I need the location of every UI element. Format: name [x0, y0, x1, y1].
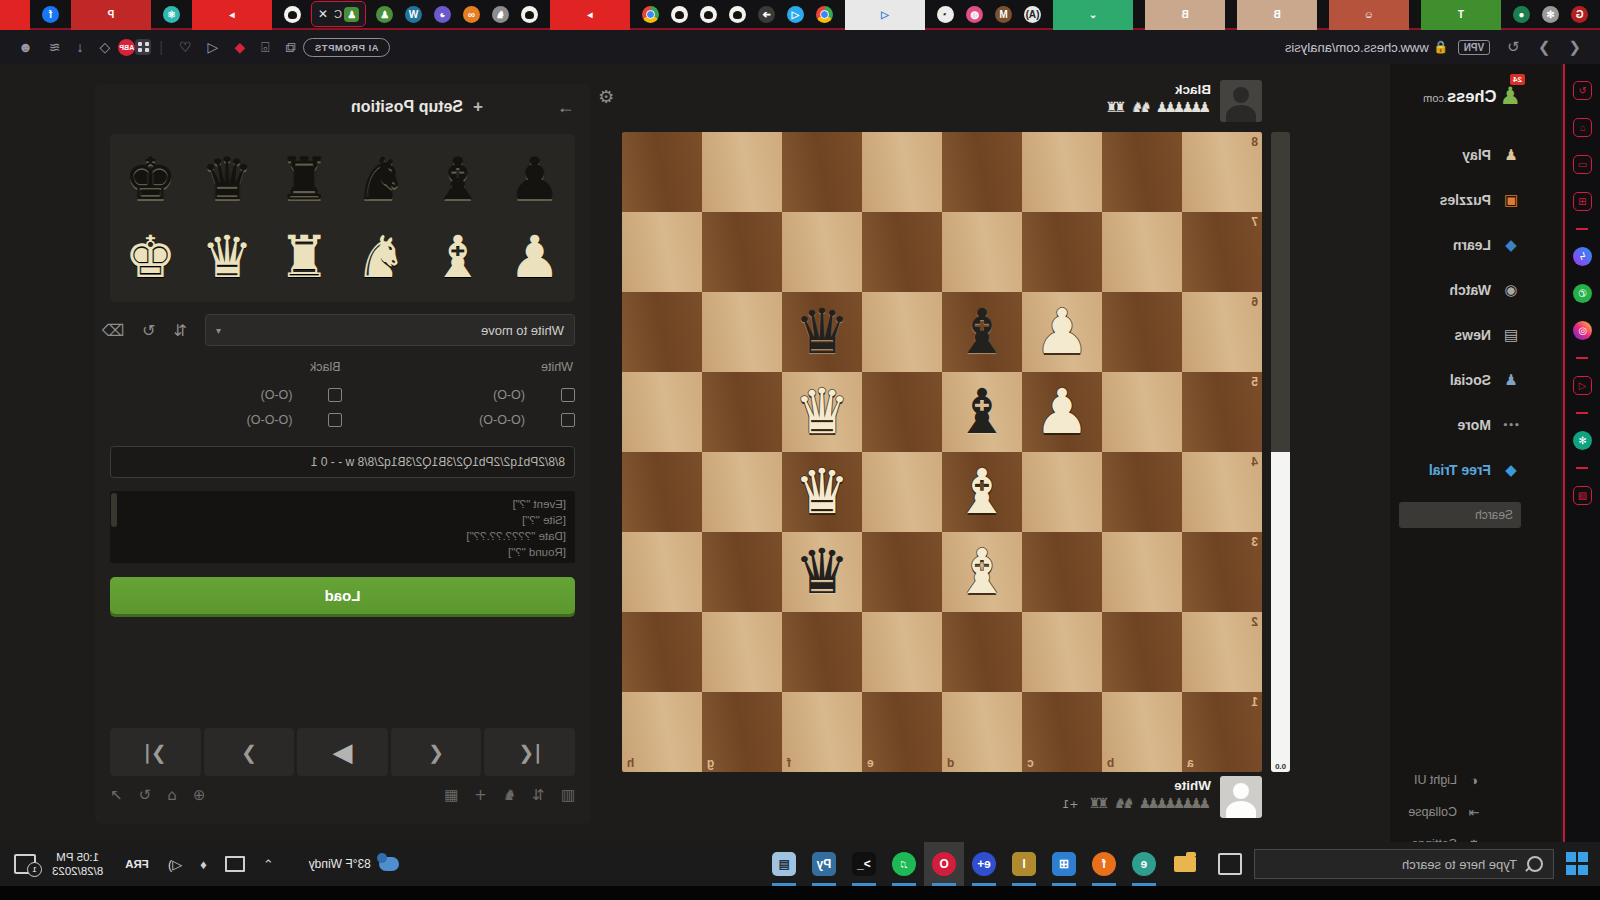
- palette-black-knight[interactable]: ♞: [355, 140, 407, 218]
- square-d4[interactable]: ♝: [942, 452, 1022, 532]
- black-bishop[interactable]: ♝: [942, 292, 1022, 372]
- active-tab[interactable]: ♟C✕: [311, 1, 366, 27]
- black-queen[interactable]: ♛: [782, 292, 862, 372]
- castling-label: (O-O): [493, 388, 525, 402]
- square-d1[interactable]: d: [942, 692, 1022, 772]
- file-label: g: [707, 756, 714, 770]
- sliders-icon[interactable]: ≋: [49, 39, 61, 55]
- favicon-tab[interactable]: ◕: [434, 6, 451, 23]
- square-g4[interactable]: [702, 452, 782, 532]
- image-icon[interactable]: ▨: [1573, 486, 1592, 505]
- flip-icon[interactable]: ⇅: [532, 786, 545, 804]
- square-e4[interactable]: [862, 452, 942, 532]
- square-d3[interactable]: ♝: [942, 532, 1022, 612]
- square-h4[interactable]: [622, 452, 702, 532]
- camera-icon[interactable]: ⌻: [261, 39, 269, 56]
- square-c6[interactable]: ♟: [1022, 292, 1102, 372]
- taskbar-app-game-launcher[interactable]: e+: [964, 842, 1004, 886]
- load-button[interactable]: Load: [110, 577, 575, 614]
- active-tab-title: C: [334, 8, 342, 20]
- file-label: c: [1027, 756, 1034, 770]
- favicon-tab[interactable]: (A): [1024, 6, 1041, 23]
- nav-play-button[interactable]: ▶: [297, 728, 388, 776]
- strip-divider: [1577, 412, 1589, 414]
- sidebar-item-social[interactable]: ♟Social: [1390, 357, 1521, 402]
- favicon-tab[interactable]: ♞: [492, 6, 509, 23]
- refresh-icon[interactable]: ↻: [1507, 38, 1520, 56]
- telegram-icon[interactable]: ◁: [1573, 376, 1592, 395]
- taskbar-app-python[interactable]: Py: [804, 842, 844, 886]
- microphone-icon[interactable]: ♦: [200, 857, 207, 872]
- chesscom-sidebar: 24 ♟ Chess.com ♟Play▣Puzzles◆Learn◉Watch…: [1390, 64, 1561, 842]
- square-b6[interactable]: [1102, 292, 1182, 372]
- square-e1[interactable]: e: [862, 692, 942, 772]
- chrome-favicon-tab[interactable]: [816, 6, 833, 23]
- sidebar-item-puzzles[interactable]: ▣Puzzles: [1390, 177, 1521, 222]
- ai-prompts-button[interactable]: AI PROMPTS: [303, 38, 389, 57]
- taskbar-app-opera-gx[interactable]: O: [924, 842, 964, 886]
- taskbar-search[interactable]: Type here to search: [1254, 849, 1554, 879]
- shop-icon[interactable]: ⌂: [1573, 118, 1592, 137]
- favicon-tab[interactable]: ●: [1513, 6, 1530, 23]
- square-c1[interactable]: c: [1022, 692, 1102, 772]
- square-g3[interactable]: [702, 532, 782, 612]
- strip-divider: [1577, 357, 1589, 359]
- square-h6[interactable]: [622, 292, 702, 372]
- castling-checkbox[interactable]: [329, 388, 343, 402]
- material-advantage: +1: [1062, 798, 1078, 811]
- sidebar-item-play[interactable]: ♟Play: [1390, 132, 1521, 177]
- speaker-icon[interactable]: ◁): [168, 857, 182, 872]
- square-e3[interactable]: [862, 532, 942, 612]
- nav-next-button[interactable]: ❯: [204, 728, 295, 776]
- dots-icon: •••: [1501, 415, 1521, 435]
- panel-title: Setup Position: [351, 98, 463, 116]
- sidebar-item-more[interactable]: •••More: [1390, 402, 1521, 447]
- castling-row: (O-O-O): [110, 407, 343, 432]
- castling-row: (O-O-O): [343, 407, 576, 432]
- square-f5[interactable]: ♛: [782, 372, 862, 452]
- nav-last-button[interactable]: ❯|: [110, 728, 201, 776]
- newspaper-icon: ▤: [1501, 325, 1521, 345]
- white-avatar[interactable]: [1220, 776, 1262, 818]
- favicon-tab[interactable]: W: [405, 6, 422, 23]
- chesscom-logo[interactable]: 24 ♟ Chess.com: [1390, 82, 1521, 110]
- favicon-tab[interactable]: ♟: [376, 6, 393, 23]
- square-b2[interactable]: [1102, 612, 1182, 692]
- binoculars-icon: ◉: [1501, 280, 1521, 300]
- black-bishop[interactable]: ♝: [942, 372, 1022, 452]
- palette-black-king[interactable]: ♚: [124, 140, 176, 218]
- square-b8[interactable]: [1102, 132, 1182, 212]
- browser-toolbar: ❮ ❯ ↻ VPN 🔒 www.chess.com/analysis AI PR…: [0, 30, 1600, 64]
- rank-label: 3: [1251, 535, 1258, 549]
- white-player-row: White ♟♟♟♟♟♟♟♟♞♞♜♜+1: [1062, 776, 1262, 818]
- castling-label: (O-O-O): [479, 413, 525, 427]
- evaluation-value: 0.0: [1271, 762, 1290, 771]
- share-icon[interactable]: ↗: [110, 786, 123, 804]
- windows-taskbar: Type here to search ef⊞Ie+O♫>_Py▤ 83°F W…: [0, 842, 1600, 886]
- square-d8[interactable]: [942, 132, 1022, 212]
- trash-icon[interactable]: ⌦: [102, 321, 125, 340]
- github-favicon-tab[interactable]: [700, 6, 717, 23]
- square-e7[interactable]: [862, 212, 942, 292]
- white-queen[interactable]: ♛: [782, 372, 862, 452]
- browser-tab-bar: G✻●T☺BB⌄(A)M◍◔◁◁➔▸♞∞◕W♟♟C✕▸⚛Pf▸KKS+⌕–❐✕: [0, 0, 1600, 30]
- square-g1[interactable]: g: [702, 692, 782, 772]
- square-h1[interactable]: h: [622, 692, 702, 772]
- castling-label: (O-O): [261, 388, 293, 402]
- square-b3[interactable]: [1102, 532, 1182, 612]
- panel-plus-icon: +: [473, 97, 483, 117]
- reset-icon[interactable]: ↻: [142, 321, 155, 340]
- square-d7[interactable]: [942, 212, 1022, 292]
- square-e2[interactable]: [862, 612, 942, 692]
- favicon-tab[interactable]: G: [1571, 6, 1588, 23]
- notifications-icon[interactable]: 1: [14, 854, 36, 874]
- fen-input[interactable]: 8/8/2Pb1q2/2Pb1Q2/3B1Q2/3B1q2/8/8 w - - …: [110, 446, 575, 478]
- square-f3[interactable]: ♛: [782, 532, 862, 612]
- snapshot-icon[interactable]: ⧉: [285, 39, 295, 56]
- square-a6[interactable]: 6: [1182, 292, 1262, 372]
- square-a4[interactable]: 4: [1182, 452, 1262, 532]
- twitch-icon[interactable]: ▭: [1573, 155, 1592, 174]
- file-label: b: [1107, 756, 1114, 770]
- square-e8[interactable]: [862, 132, 942, 212]
- square-c3[interactable]: [1022, 532, 1102, 612]
- square-g8[interactable]: [702, 132, 782, 212]
- square-h2[interactable]: [622, 612, 702, 692]
- rank-label: 5: [1251, 375, 1258, 389]
- side-to-move-select[interactable]: White to move ▾: [205, 314, 575, 346]
- ai-chip-icon[interactable]: ⊞: [1573, 192, 1592, 211]
- square-a2[interactable]: 2: [1182, 612, 1262, 692]
- grad-cap-icon: ◆: [1501, 235, 1521, 255]
- palette-white-king[interactable]: ♚: [124, 218, 176, 296]
- square-f6[interactable]: ♛: [782, 292, 862, 372]
- nav-prev-button[interactable]: ❮: [391, 728, 482, 776]
- toolbar-divider: |: [159, 39, 163, 55]
- adblock-icon[interactable]: ABP: [118, 39, 135, 56]
- white-captured-tray: ♟♟♟♟♟♟♟♟♞♞♜♜+1: [1062, 795, 1211, 811]
- diamond-icon: ◆: [1501, 460, 1521, 480]
- castling-label: (O-O-O): [247, 413, 293, 427]
- nav-first-button[interactable]: |❮: [484, 728, 575, 776]
- square-h5[interactable]: [622, 372, 702, 452]
- language-indicator[interactable]: FRA: [125, 858, 149, 870]
- search-icon: [1527, 856, 1543, 872]
- messenger-icon[interactable]: ϟ: [1573, 247, 1592, 266]
- square-c7[interactable]: [1022, 212, 1102, 292]
- palette-white-bishop[interactable]: ♝: [432, 218, 484, 296]
- square-a8[interactable]: 8: [1182, 132, 1262, 212]
- flip-board-icon[interactable]: ⇅: [174, 321, 187, 340]
- whatsapp-icon[interactable]: ✆: [1573, 284, 1592, 303]
- rank-label: 1: [1251, 695, 1258, 709]
- logo-badge: 24: [1510, 74, 1525, 85]
- strip-divider: [1577, 467, 1589, 469]
- favicon-tab[interactable]: ◁: [787, 6, 804, 23]
- display-icon[interactable]: [225, 856, 245, 872]
- taskbar-app-ms-store[interactable]: ⊞: [1044, 842, 1084, 886]
- github-favicon-tab[interactable]: [671, 6, 688, 23]
- evaluation-bar: 0.0: [1271, 132, 1290, 772]
- black-avatar[interactable]: [1220, 80, 1262, 122]
- square-b4[interactable]: [1102, 452, 1182, 532]
- rank-label: 7: [1251, 215, 1258, 229]
- square-b1[interactable]: b: [1102, 692, 1182, 772]
- square-d2[interactable]: [942, 612, 1022, 692]
- taskbar-app-game-statue[interactable]: I: [1004, 842, 1044, 886]
- play-pawn-icon: ♟: [1501, 145, 1521, 165]
- castling-options: White(O-O)(O-O-O)Black(O-O)(O-O-O): [110, 360, 575, 432]
- sidebar-item-news[interactable]: ▤News: [1390, 312, 1521, 357]
- github-favicon-tab[interactable]: [729, 6, 746, 23]
- light-ui-icon: ◐: [1466, 773, 1482, 788]
- chatgpt-icon[interactable]: ✻: [1573, 431, 1592, 450]
- white-player-name[interactable]: White: [1062, 778, 1211, 793]
- collapse-icon: ⇥: [1466, 805, 1482, 820]
- black-player-name[interactable]: Black: [1101, 82, 1211, 97]
- move-navigation: |❮❮▶❯❯|: [110, 728, 575, 776]
- favicon-tab[interactable]: ∞: [463, 6, 480, 23]
- rank-label: 2: [1251, 615, 1258, 629]
- strip-divider: [1577, 228, 1589, 230]
- square-g5[interactable]: [702, 372, 782, 452]
- github-favicon-tab[interactable]: [521, 6, 538, 23]
- square-a5[interactable]: 5: [1182, 372, 1262, 452]
- chesscom-pawn-favicon: ♟: [344, 7, 359, 22]
- square-g6[interactable]: [702, 292, 782, 372]
- history-icon[interactable]: ↻: [139, 786, 152, 804]
- file-explorer-icon[interactable]: [1174, 856, 1196, 872]
- chevron-down-icon: ▾: [216, 325, 221, 336]
- favicon-tab[interactable]: ◍: [966, 6, 983, 23]
- board-grid-icon[interactable]: ▦: [444, 786, 458, 804]
- black-captured-tray: ♟♟♟♟♟♟♞♞♜♜: [1101, 99, 1211, 115]
- square-e6[interactable]: [862, 292, 942, 372]
- castling-row: (O-O): [110, 382, 343, 407]
- square-e5[interactable]: [862, 372, 942, 452]
- square-h8[interactable]: [622, 132, 702, 212]
- github-favicon-tab[interactable]: [284, 6, 301, 23]
- taskbar-app-firefox[interactable]: f: [1084, 842, 1124, 886]
- castling-checkbox[interactable]: [561, 413, 575, 427]
- plus-icon[interactable]: +: [474, 786, 487, 804]
- taskbar-app-spotify[interactable]: ♫: [884, 842, 924, 886]
- tab-close-icon[interactable]: ✕: [318, 7, 328, 21]
- knight-add-icon[interactable]: ♞: [503, 786, 516, 804]
- pgn-scrollbar[interactable]: [111, 493, 117, 527]
- palette-row-white: ♟♝♞♜♛♚: [112, 218, 573, 296]
- rank-label: 8: [1251, 135, 1258, 149]
- favicon-tab[interactable]: M: [995, 6, 1012, 23]
- square-f4[interactable]: ♛: [782, 452, 862, 532]
- castling-column-black: Black(O-O)(O-O-O): [110, 360, 343, 432]
- history-icon[interactable]: ↻: [1573, 81, 1592, 100]
- piece-palette[interactable]: ♟♝♞♜♛♚♟♝♞♜♛♚: [110, 134, 575, 302]
- profile-icon[interactable]: ☻: [18, 39, 33, 55]
- analysis-main: ⚙ Black ♟♟♟♟♟♟♞♞♜♜ 0.0 876♟♝♛5♟♝♛4♝♛3♝♛2…: [590, 64, 1390, 842]
- square-c5[interactable]: ♟: [1022, 372, 1102, 452]
- panel-back-arrow-icon[interactable]: →: [557, 97, 575, 118]
- favicon-tab[interactable]: ⚛: [163, 6, 180, 23]
- clock[interactable]: 1:05 PM8/28/2023: [52, 850, 103, 878]
- chrome-favicon-tab[interactable]: [642, 6, 659, 23]
- square-b7[interactable]: [1102, 212, 1182, 292]
- palette-white-rook[interactable]: ♜: [278, 218, 330, 296]
- footer-item-light-ui[interactable]: ◐Light UI: [1408, 764, 1482, 796]
- white-queen[interactable]: ♛: [782, 452, 862, 532]
- square-d6[interactable]: ♝: [942, 292, 1022, 372]
- castling-column-white: White(O-O)(O-O-O): [343, 360, 576, 432]
- setup-position-panel: → + Setup Position ♟♝♞♜♛♚♟♝♞♜♛♚ White to…: [95, 84, 590, 824]
- sidebar-search-input[interactable]: Search: [1399, 502, 1521, 528]
- sidebar-item-learn[interactable]: ◆Learn: [1390, 222, 1521, 267]
- favicon-tab[interactable]: ➔: [758, 6, 775, 23]
- file-label: f: [787, 756, 791, 770]
- vpn-badge[interactable]: VPN: [1458, 40, 1491, 55]
- instagram-icon[interactable]: ◎: [1573, 321, 1592, 340]
- favicon-tab[interactable]: ◔: [937, 6, 954, 23]
- favicon-tab[interactable]: ✻: [1542, 6, 1559, 23]
- square-f1[interactable]: f: [782, 692, 862, 772]
- file-label: d: [947, 756, 954, 770]
- address-url[interactable]: www.chess.com/analysis: [1285, 40, 1429, 55]
- footer-item-collapse[interactable]: ⇥Collapse: [1408, 796, 1482, 828]
- file-label: h: [627, 756, 634, 770]
- cube-icon[interactable]: ◇: [99, 39, 110, 55]
- sidebar-item-free-trial[interactable]: ◆Free Trial: [1390, 447, 1521, 492]
- task-view-icon[interactable]: [1218, 853, 1242, 875]
- square-h3[interactable]: [622, 532, 702, 612]
- palette-black-queen[interactable]: ♛: [201, 140, 253, 218]
- taskbar-app-notepad[interactable]: ▤: [764, 842, 804, 886]
- start-button[interactable]: [1564, 852, 1588, 876]
- square-a7[interactable]: 7: [1182, 212, 1262, 292]
- square-d5[interactable]: ♝: [942, 372, 1022, 452]
- pgn-textarea[interactable]: [Event "?"][Site "?"][Date "????.??.??"]…: [110, 491, 575, 563]
- square-f2[interactable]: [782, 612, 862, 692]
- taskbar-app-edge[interactable]: e: [1124, 842, 1164, 886]
- logo-pawn-icon: ♟: [1499, 82, 1521, 110]
- people-icon: ♟: [1501, 370, 1521, 390]
- chart-icon[interactable]: ▥: [561, 786, 575, 804]
- library-icon[interactable]: ⌂: [167, 786, 177, 804]
- panel-misc-icons: ▥⇅♞+▦⊕⌂↻↗: [110, 786, 575, 804]
- castling-header: Black: [110, 360, 343, 374]
- white-pawn[interactable]: ♟: [1022, 372, 1102, 452]
- mirrored-screenshot: G✻●T☺BB⌄(A)M◍◔◁◁➔▸♞∞◕W♟♟C✕▸⚛Pf▸KKS+⌕–❐✕ …: [0, 0, 1600, 900]
- castling-row: (O-O): [343, 382, 576, 407]
- palette-black-bishop[interactable]: ♝: [432, 140, 484, 218]
- white-bishop[interactable]: ♝: [942, 452, 1022, 532]
- download-icon[interactable]: ↓: [76, 39, 83, 55]
- flow-send-icon[interactable]: ◁: [207, 39, 218, 55]
- square-c8[interactable]: [1022, 132, 1102, 212]
- favicon-tab[interactable]: f: [42, 6, 59, 23]
- square-g2[interactable]: [702, 612, 782, 692]
- square-g7[interactable]: [702, 212, 782, 292]
- palette-black-pawn[interactable]: ♟: [509, 140, 561, 218]
- black-player-row: Black ♟♟♟♟♟♟♞♞♜♜: [1101, 80, 1262, 122]
- forward-icon[interactable]: ❯: [1538, 38, 1551, 56]
- taskbar-app-terminal[interactable]: >_: [844, 842, 884, 886]
- rank-label: 6: [1251, 295, 1258, 309]
- puzzle-icon: ▣: [1501, 190, 1521, 210]
- white-bishop[interactable]: ♝: [942, 532, 1022, 612]
- square-h7[interactable]: [622, 212, 702, 292]
- castling-checkbox[interactable]: [561, 388, 575, 402]
- favorites-heart-icon[interactable]: ♡: [179, 39, 192, 55]
- weather-text[interactable]: 83°F Windy: [309, 857, 371, 871]
- palette-white-queen[interactable]: ♛: [201, 218, 253, 296]
- square-b5[interactable]: [1102, 372, 1182, 452]
- white-pawn[interactable]: ♟: [1022, 292, 1102, 372]
- shield-icon[interactable]: ◆: [234, 39, 245, 55]
- square-c4[interactable]: [1022, 452, 1102, 532]
- palette-row-black: ♟♝♞♜♛♚: [112, 140, 573, 218]
- black-queen[interactable]: ♛: [782, 532, 862, 612]
- square-f7[interactable]: [782, 212, 862, 292]
- square-a1[interactable]: 1a: [1182, 692, 1262, 772]
- file-label: a: [1187, 756, 1194, 770]
- weather-icon: [379, 857, 399, 871]
- square-f8[interactable]: [782, 132, 862, 212]
- sidebar-item-watch[interactable]: ◉Watch: [1390, 267, 1521, 312]
- square-a3[interactable]: 3: [1182, 532, 1262, 612]
- screen-bottom-strip: [0, 886, 1600, 900]
- hidden-icons-chevron[interactable]: ⌃: [263, 857, 274, 872]
- gx-sidebar-strip: ↻⌂▭⊞ϟ✆◎◁✻▨: [1563, 64, 1600, 842]
- file-label: e: [867, 756, 874, 770]
- palette-black-rook[interactable]: ♜: [278, 140, 330, 218]
- square-c2[interactable]: [1022, 612, 1102, 692]
- castling-header: White: [343, 360, 576, 374]
- upload-icon[interactable]: ⊕: [193, 786, 206, 804]
- extension-icon[interactable]: [135, 39, 151, 55]
- palette-white-pawn[interactable]: ♟: [509, 218, 561, 296]
- board-settings-gear-icon[interactable]: ⚙: [598, 86, 614, 107]
- palette-white-knight[interactable]: ♞: [355, 218, 407, 296]
- chess-board[interactable]: 876♟♝♛5♟♝♛4♝♛3♝♛21abcdefgh: [622, 132, 1262, 772]
- rank-label: 4: [1251, 455, 1258, 469]
- system-tray: 83°F Windy ⌃ ♦ ◁) FRA 1:05 PM8/28/2023 1: [0, 850, 399, 878]
- lock-icon: 🔒: [1435, 40, 1450, 54]
- logo-wordmark: Chess.com: [1423, 87, 1496, 106]
- castling-checkbox[interactable]: [329, 413, 343, 427]
- back-icon[interactable]: ❮: [1568, 38, 1581, 56]
